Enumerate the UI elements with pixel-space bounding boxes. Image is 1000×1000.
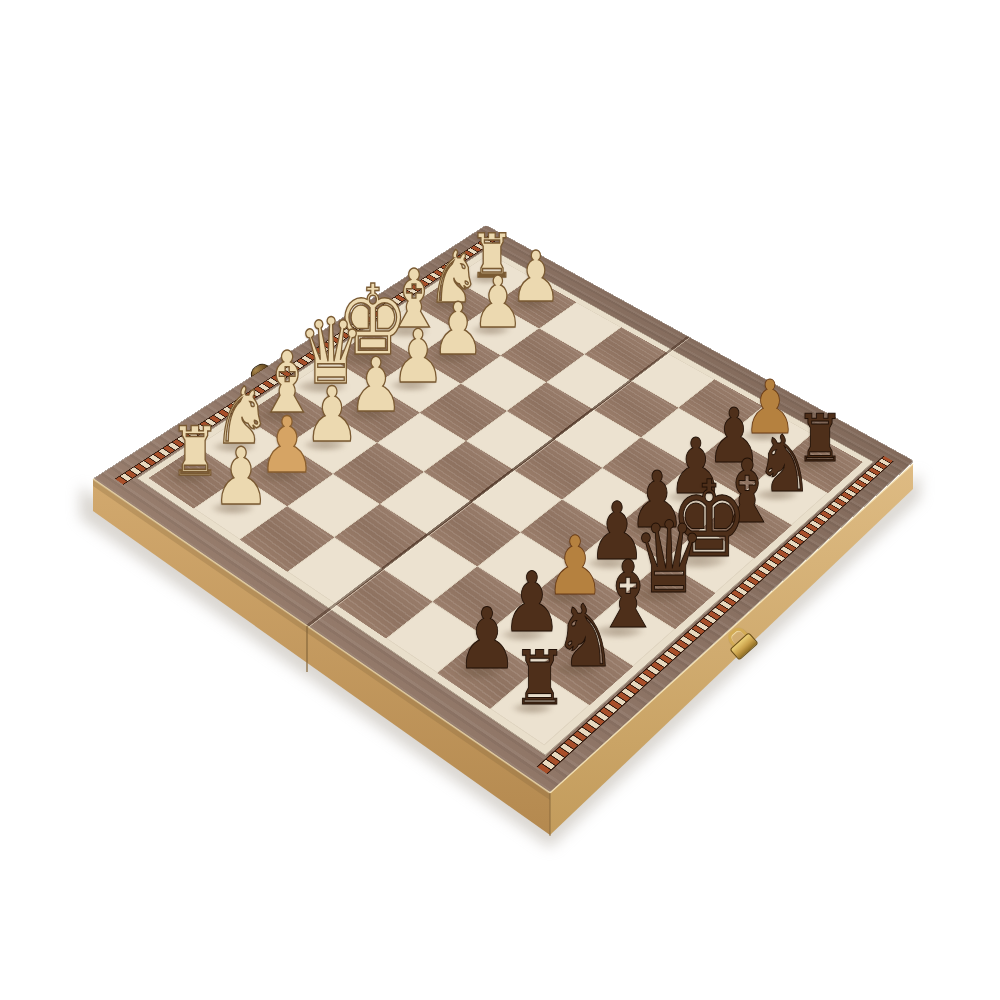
chess-set-product-photo: ♜♞♝♛♚♝♞♜♟♟♟♟♟♟♟♟♟♟♟♟♟♟♟♟♜♞♝♛♚♝♞♜ xyxy=(0,0,1000,1000)
